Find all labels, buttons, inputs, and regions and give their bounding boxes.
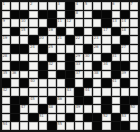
white-cell[interactable] [2,114,10,122]
black-cell [121,97,129,105]
white-cell[interactable] [39,54,47,62]
white-cell[interactable] [112,97,120,105]
white-cell[interactable] [39,2,47,10]
white-cell[interactable] [84,122,92,130]
white-cell[interactable]: 19 [2,36,10,44]
white-cell[interactable] [84,11,92,19]
white-cell[interactable]: 54 [2,122,10,130]
white-cell[interactable] [20,88,28,96]
white-cell[interactable] [75,122,83,130]
white-cell[interactable] [130,19,138,27]
white-cell[interactable]: 51 [39,114,47,122]
clue-number: 53 [121,114,126,118]
black-cell [75,97,83,105]
white-cell[interactable]: 8 [75,11,83,19]
clue-number: 45 [30,97,35,101]
white-cell[interactable] [57,114,65,122]
white-cell[interactable] [29,122,37,130]
white-cell[interactable] [66,105,74,113]
white-cell[interactable]: 4 [75,2,83,10]
white-cell[interactable] [20,71,28,79]
white-cell[interactable] [57,11,65,19]
white-cell[interactable]: 3 [57,2,65,10]
white-cell[interactable]: 10 [20,19,28,27]
white-cell[interactable]: 40 [29,79,37,87]
white-cell[interactable]: 50 [130,105,138,113]
clue-number: 14 [121,19,126,23]
black-cell [20,45,28,53]
white-cell[interactable] [112,36,120,44]
black-cell [57,71,65,79]
black-cell [84,79,92,87]
clue-number: 24 [30,45,35,49]
clue-number: 9 [3,19,5,23]
black-cell [20,79,28,87]
white-cell[interactable] [75,79,83,87]
clue-number: 33 [76,62,81,66]
black-cell [66,2,74,10]
white-cell[interactable] [112,88,120,96]
clue-number: 36 [12,71,17,75]
white-cell[interactable]: 1 [2,2,10,10]
white-cell[interactable] [130,45,138,53]
black-cell [130,97,138,105]
white-cell[interactable] [66,122,74,130]
black-cell [2,79,10,87]
clue-number: 29 [76,54,81,58]
white-cell[interactable]: 27 [121,45,129,53]
black-cell [66,54,74,62]
white-cell[interactable] [2,105,10,113]
black-cell [102,54,110,62]
white-cell[interactable] [121,54,129,62]
black-cell [121,62,129,70]
clue-number: 49 [76,105,81,109]
clue-number: 2 [30,2,32,6]
black-cell [66,11,74,19]
white-cell[interactable] [75,19,83,27]
white-cell[interactable] [20,54,28,62]
white-cell[interactable] [66,28,74,36]
white-cell[interactable]: 25 [48,45,56,53]
white-cell[interactable] [130,79,138,87]
clue-number: 46 [57,97,62,101]
clue-number: 31 [112,54,117,58]
white-cell[interactable]: 22 [75,36,83,44]
black-cell [121,36,129,44]
white-cell[interactable] [20,122,28,130]
clue-number: 48 [48,105,53,109]
white-cell[interactable]: 5 [84,2,92,10]
white-cell[interactable] [2,11,10,19]
black-cell [20,97,28,105]
white-cell[interactable] [57,45,65,53]
black-cell [121,122,129,130]
white-cell[interactable] [93,54,101,62]
white-cell[interactable] [2,45,10,53]
black-cell [121,79,129,87]
white-cell[interactable] [48,71,56,79]
black-cell [66,79,74,87]
white-cell[interactable]: 41 [112,79,120,87]
white-cell[interactable] [130,114,138,122]
white-cell[interactable]: 38 [93,71,101,79]
black-cell [48,54,56,62]
black-cell [93,62,101,70]
clue-number: 8 [76,11,78,15]
white-cell[interactable] [57,54,65,62]
white-cell[interactable] [20,36,28,44]
black-cell [57,28,65,36]
white-cell[interactable] [93,19,101,27]
white-cell[interactable] [2,62,10,70]
white-cell[interactable] [102,88,110,96]
white-cell[interactable]: 11 [57,19,65,27]
clue-number: 7 [130,2,132,6]
white-cell[interactable] [29,71,37,79]
black-cell [112,62,120,70]
white-cell[interactable]: 20 [39,36,47,44]
black-cell [48,122,56,130]
white-cell[interactable] [11,88,19,96]
white-cell[interactable]: 14 [121,19,129,27]
black-cell [39,71,47,79]
black-cell [20,11,28,19]
black-cell [29,36,37,44]
white-cell[interactable]: 7 [130,2,138,10]
white-cell[interactable]: 15 [20,28,28,36]
white-cell[interactable] [29,28,37,36]
clue-number: 1 [3,2,5,6]
black-cell [66,114,74,122]
clue-number: 10 [21,19,26,23]
clue-number: 21 [57,36,62,40]
white-cell[interactable] [20,2,28,10]
black-cell [11,105,19,113]
black-cell [48,19,56,27]
clue-number: 34 [103,62,108,66]
white-cell[interactable]: 52 [102,114,110,122]
white-cell[interactable]: 46 [57,97,65,105]
black-cell [121,105,129,113]
white-cell[interactable]: 55 [57,122,65,130]
white-cell[interactable]: 26 [93,45,101,53]
white-cell[interactable] [39,122,47,130]
black-cell [75,28,83,36]
black-cell [11,11,19,19]
white-cell[interactable]: 2 [29,2,37,10]
white-cell[interactable] [93,79,101,87]
black-cell [48,97,56,105]
black-cell [39,11,47,19]
white-cell[interactable]: 18 [121,28,129,36]
white-cell[interactable]: 16 [48,28,56,36]
white-cell[interactable] [66,45,74,53]
clue-number: 42 [3,88,8,92]
white-cell[interactable] [29,19,37,27]
white-cell[interactable]: 47 [20,105,28,113]
crossword-board: 1234567891011121314151617181920212223242… [0,0,140,132]
clue-number: 12 [66,19,71,23]
clue-number: 40 [30,79,35,83]
clue-number: 6 [112,2,114,6]
white-cell[interactable] [75,114,83,122]
clue-number: 22 [76,36,81,40]
black-cell [11,97,19,105]
white-cell[interactable] [130,36,138,44]
white-cell[interactable]: 12 [66,19,74,27]
white-cell[interactable] [11,36,19,44]
black-cell [39,62,47,70]
black-cell [11,45,19,53]
white-cell[interactable] [130,54,138,62]
white-cell[interactable] [93,2,101,10]
clue-number: 54 [3,122,8,126]
white-cell[interactable] [57,62,65,70]
white-cell[interactable]: 24 [29,45,37,53]
black-cell [102,11,110,19]
black-cell [84,114,92,122]
white-cell[interactable]: 44 [84,88,92,96]
white-cell[interactable] [130,11,138,19]
black-cell [102,97,110,105]
clue-number: 25 [48,45,53,49]
clue-number: 47 [21,105,26,109]
white-cell[interactable] [75,45,83,53]
white-cell[interactable] [102,2,110,10]
black-cell [11,28,19,36]
clue-number: 50 [130,105,135,109]
white-cell[interactable] [112,105,120,113]
white-cell[interactable] [84,105,92,113]
clue-number: 23 [94,36,99,40]
black-cell [48,11,56,19]
white-cell[interactable]: 45 [29,97,37,105]
clue-number: 15 [21,28,26,32]
clue-number: 44 [85,88,90,92]
white-cell[interactable]: 37 [75,71,83,79]
white-cell[interactable] [11,19,19,27]
clue-number: 16 [48,28,53,32]
black-cell [39,105,47,113]
white-cell[interactable] [57,79,65,87]
clue-number: 51 [39,114,44,118]
white-cell[interactable] [93,105,101,113]
black-cell [112,28,120,36]
white-cell[interactable]: 13 [112,19,120,27]
black-cell [112,71,120,79]
black-cell [112,45,120,53]
white-cell[interactable]: 21 [57,36,65,44]
white-cell[interactable]: 36 [11,71,19,79]
white-cell[interactable] [102,36,110,44]
clue-number: 39 [121,71,126,75]
white-cell[interactable] [130,88,138,96]
white-cell[interactable] [93,88,101,96]
white-cell[interactable]: 53 [121,114,129,122]
white-cell[interactable] [121,2,129,10]
white-cell[interactable]: 33 [75,62,83,70]
white-cell[interactable] [2,28,10,36]
clue-number: 11 [57,19,62,23]
clue-number: 28 [3,54,8,58]
white-cell[interactable] [2,97,10,105]
white-cell[interactable] [48,2,56,10]
black-cell [66,36,74,44]
black-cell [11,114,19,122]
white-cell[interactable] [11,122,19,130]
black-cell [84,45,92,53]
white-cell[interactable] [84,28,92,36]
clue-number: 26 [94,45,99,49]
white-cell[interactable]: 48 [48,105,56,113]
white-cell[interactable] [11,79,19,87]
white-cell[interactable] [102,45,110,53]
white-cell[interactable]: 35 [2,71,10,79]
white-cell[interactable]: 23 [93,36,101,44]
white-cell[interactable] [29,54,37,62]
black-cell [75,88,83,96]
white-cell[interactable] [130,28,138,36]
black-cell [121,11,129,19]
white-cell[interactable] [11,2,19,10]
clue-number: 19 [3,36,8,40]
white-cell[interactable] [102,122,110,130]
black-cell [93,11,101,19]
black-cell [84,97,92,105]
white-cell[interactable]: 29 [75,54,83,62]
clue-number: 37 [76,71,81,75]
white-cell[interactable] [20,114,28,122]
black-cell [93,114,101,122]
clue-number: 38 [94,71,99,75]
white-cell[interactable] [84,62,92,70]
white-cell[interactable] [130,62,138,70]
black-cell [39,45,47,53]
black-cell [93,122,101,130]
white-cell[interactable] [39,79,47,87]
black-cell [29,114,37,122]
black-cell [39,28,47,36]
white-cell[interactable] [102,71,110,79]
white-cell[interactable] [57,88,65,96]
clue-number: 32 [48,62,53,66]
clue-number: 5 [85,2,87,6]
white-cell[interactable]: 28 [2,54,10,62]
white-cell[interactable] [29,62,37,70]
white-cell[interactable] [130,71,138,79]
white-cell[interactable] [84,36,92,44]
white-cell[interactable]: 39 [121,71,129,79]
white-cell[interactable] [130,122,138,130]
white-cell[interactable] [29,88,37,96]
black-cell [112,114,120,122]
black-cell [66,62,74,70]
white-cell[interactable]: 31 [112,54,120,62]
white-cell[interactable] [57,105,65,113]
black-cell [11,62,19,70]
white-cell[interactable] [29,105,37,113]
white-cell[interactable]: 6 [112,2,120,10]
white-cell[interactable] [48,36,56,44]
black-cell [112,122,120,130]
white-cell[interactable]: 43 [66,88,74,96]
clue-number: 27 [121,45,126,49]
white-cell[interactable] [11,54,19,62]
white-cell[interactable] [112,11,120,19]
white-cell[interactable] [84,19,92,27]
white-cell[interactable]: 49 [75,105,83,113]
white-cell[interactable] [39,97,47,105]
white-cell[interactable]: 9 [2,19,10,27]
white-cell[interactable]: 42 [2,88,10,96]
white-cell[interactable]: 34 [102,62,110,70]
white-cell[interactable] [84,71,92,79]
clue-number: 55 [57,122,62,126]
black-cell [102,79,110,87]
clue-number: 41 [112,79,117,83]
white-cell[interactable] [48,114,56,122]
white-cell[interactable] [39,19,47,27]
white-cell[interactable] [29,11,37,19]
clue-number: 52 [103,114,108,118]
white-cell[interactable]: 17 [102,28,110,36]
white-cell[interactable] [93,97,101,105]
white-cell[interactable]: 32 [48,62,56,70]
black-cell [102,19,110,27]
white-cell[interactable] [39,88,47,96]
crossword-app: 1234567891011121314151617181920212223242… [0,0,140,132]
white-cell[interactable]: 30 [84,54,92,62]
clue-number: 20 [39,36,44,40]
black-cell [93,28,101,36]
clue-number: 4 [76,2,78,6]
clue-number: 43 [66,88,71,92]
black-cell [102,105,110,113]
white-cell[interactable] [48,88,56,96]
clue-number: 18 [121,28,126,32]
white-cell[interactable] [66,97,74,105]
black-cell [66,71,74,79]
clue-number: 13 [112,19,117,23]
clue-number: 17 [103,28,108,32]
clue-number: 30 [85,54,90,58]
white-cell[interactable] [121,88,129,96]
white-cell[interactable] [48,79,56,87]
clue-number: 35 [3,71,8,75]
clue-number: 3 [57,2,59,6]
black-cell [20,62,28,70]
